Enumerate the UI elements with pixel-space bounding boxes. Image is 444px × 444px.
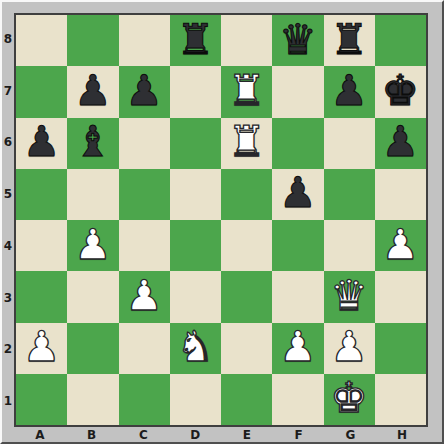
- piece-white-pawn-h4[interactable]: ♟: [382, 224, 420, 266]
- square-e2[interactable]: [221, 323, 272, 374]
- piece-black-pawn-f5[interactable]: ♟: [279, 172, 317, 214]
- file-label-a: A: [14, 427, 66, 442]
- square-g5[interactable]: [324, 169, 375, 220]
- piece-black-rook-d8[interactable]: ♜: [177, 19, 215, 61]
- square-e6[interactable]: ♜: [221, 118, 272, 169]
- file-label-h: H: [376, 427, 428, 442]
- square-c4[interactable]: [119, 220, 170, 271]
- piece-white-pawn-f2[interactable]: ♟: [279, 326, 317, 368]
- square-b8[interactable]: [67, 15, 118, 66]
- piece-white-king-g1[interactable]: ♚: [330, 377, 368, 419]
- square-g8[interactable]: ♜: [324, 15, 375, 66]
- square-d7[interactable]: [170, 66, 221, 117]
- piece-black-pawn-h6[interactable]: ♟: [382, 121, 420, 163]
- file-label-c: C: [118, 427, 170, 442]
- square-b2[interactable]: [67, 323, 118, 374]
- rank-label-8: 8: [2, 13, 14, 65]
- square-h8[interactable]: [375, 15, 426, 66]
- piece-black-pawn-b7[interactable]: ♟: [74, 70, 112, 112]
- square-e4[interactable]: [221, 220, 272, 271]
- piece-black-pawn-a6[interactable]: ♟: [23, 121, 61, 163]
- file-labels: ABCDEFGH: [14, 427, 428, 442]
- rank-label-4: 4: [2, 220, 14, 272]
- rank-label-2: 2: [2, 324, 14, 376]
- piece-white-pawn-a2[interactable]: ♟: [23, 326, 61, 368]
- square-c6[interactable]: [119, 118, 170, 169]
- square-b5[interactable]: [67, 169, 118, 220]
- square-g7[interactable]: ♟: [324, 66, 375, 117]
- square-g1[interactable]: ♚: [324, 374, 375, 425]
- piece-white-rook-e7[interactable]: ♜: [228, 70, 266, 112]
- square-c8[interactable]: [119, 15, 170, 66]
- file-label-e: E: [221, 427, 273, 442]
- square-d4[interactable]: [170, 220, 221, 271]
- square-b7[interactable]: ♟: [67, 66, 118, 117]
- chess-board-frame: 87654321 ♜♛♜♟♟♜♟♚♟♝♜♟♟♟♟♟♛♟♞♟♟♚ ABCDEFGH: [0, 0, 444, 444]
- rank-label-6: 6: [2, 117, 14, 169]
- square-e5[interactable]: [221, 169, 272, 220]
- piece-black-bishop-b6[interactable]: ♝: [74, 121, 112, 163]
- square-d6[interactable]: [170, 118, 221, 169]
- square-a8[interactable]: [16, 15, 67, 66]
- square-e3[interactable]: [221, 271, 272, 322]
- square-f8[interactable]: ♛: [272, 15, 323, 66]
- square-h2[interactable]: [375, 323, 426, 374]
- rank-label-5: 5: [2, 168, 14, 220]
- square-b4[interactable]: ♟: [67, 220, 118, 271]
- square-d3[interactable]: [170, 271, 221, 322]
- piece-black-queen-f8[interactable]: ♛: [279, 19, 317, 61]
- square-f4[interactable]: [272, 220, 323, 271]
- piece-white-queen-g3[interactable]: ♛: [330, 275, 368, 317]
- square-f3[interactable]: [272, 271, 323, 322]
- square-f6[interactable]: [272, 118, 323, 169]
- rank-label-7: 7: [2, 65, 14, 117]
- piece-white-knight-d2[interactable]: ♞: [177, 326, 215, 368]
- square-h7[interactable]: ♚: [375, 66, 426, 117]
- square-g3[interactable]: ♛: [324, 271, 375, 322]
- square-f7[interactable]: [272, 66, 323, 117]
- square-f1[interactable]: [272, 374, 323, 425]
- piece-white-pawn-g2[interactable]: ♟: [330, 326, 368, 368]
- square-d5[interactable]: [170, 169, 221, 220]
- square-c5[interactable]: [119, 169, 170, 220]
- square-a1[interactable]: [16, 374, 67, 425]
- square-c1[interactable]: [119, 374, 170, 425]
- piece-black-pawn-c7[interactable]: ♟: [125, 70, 163, 112]
- square-d2[interactable]: ♞: [170, 323, 221, 374]
- square-f2[interactable]: ♟: [272, 323, 323, 374]
- square-h1[interactable]: [375, 374, 426, 425]
- rank-label-3: 3: [2, 272, 14, 324]
- square-c2[interactable]: [119, 323, 170, 374]
- square-a7[interactable]: [16, 66, 67, 117]
- square-e7[interactable]: ♜: [221, 66, 272, 117]
- piece-white-pawn-c3[interactable]: ♟: [125, 275, 163, 317]
- square-h6[interactable]: ♟: [375, 118, 426, 169]
- chess-board[interactable]: ♜♛♜♟♟♜♟♚♟♝♜♟♟♟♟♟♛♟♞♟♟♚: [14, 13, 428, 427]
- piece-white-rook-e6[interactable]: ♜: [228, 121, 266, 163]
- square-c7[interactable]: ♟: [119, 66, 170, 117]
- square-g2[interactable]: ♟: [324, 323, 375, 374]
- square-a2[interactable]: ♟: [16, 323, 67, 374]
- square-f5[interactable]: ♟: [272, 169, 323, 220]
- square-a5[interactable]: [16, 169, 67, 220]
- square-b3[interactable]: [67, 271, 118, 322]
- square-h4[interactable]: ♟: [375, 220, 426, 271]
- square-g4[interactable]: [324, 220, 375, 271]
- square-h5[interactable]: [375, 169, 426, 220]
- square-b1[interactable]: [67, 374, 118, 425]
- file-label-d: D: [169, 427, 221, 442]
- piece-black-pawn-g7[interactable]: ♟: [330, 70, 368, 112]
- square-d1[interactable]: [170, 374, 221, 425]
- piece-black-rook-g8[interactable]: ♜: [330, 19, 368, 61]
- square-g6[interactable]: [324, 118, 375, 169]
- rank-label-1: 1: [2, 375, 14, 427]
- square-a6[interactable]: ♟: [16, 118, 67, 169]
- file-label-f: F: [273, 427, 325, 442]
- square-d8[interactable]: ♜: [170, 15, 221, 66]
- piece-black-king-h7[interactable]: ♚: [382, 70, 420, 112]
- square-e1[interactable]: [221, 374, 272, 425]
- square-h3[interactable]: [375, 271, 426, 322]
- square-a4[interactable]: [16, 220, 67, 271]
- rank-labels: 87654321: [2, 13, 14, 427]
- file-label-g: G: [325, 427, 377, 442]
- piece-white-pawn-b4[interactable]: ♟: [74, 224, 112, 266]
- file-label-b: B: [66, 427, 118, 442]
- square-b6[interactable]: ♝: [67, 118, 118, 169]
- square-e8[interactable]: [221, 15, 272, 66]
- square-c3[interactable]: ♟: [119, 271, 170, 322]
- square-a3[interactable]: [16, 271, 67, 322]
